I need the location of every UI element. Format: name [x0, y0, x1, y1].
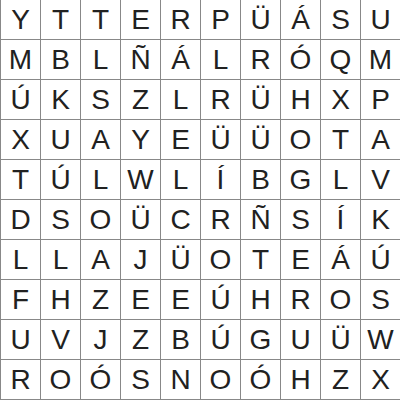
grid-cell[interactable]: O	[280, 120, 320, 160]
grid-cell[interactable]: T	[240, 240, 280, 280]
grid-cell[interactable]: S	[320, 0, 360, 40]
grid-cell[interactable]: E	[160, 280, 200, 320]
grid-cell[interactable]: Ü	[240, 120, 280, 160]
grid-cell[interactable]: R	[240, 40, 280, 80]
grid-cell[interactable]: H	[40, 280, 80, 320]
grid-cell[interactable]: M	[0, 40, 40, 80]
grid-cell[interactable]: N	[160, 360, 200, 400]
grid-cell[interactable]: L	[160, 160, 200, 200]
grid-cell[interactable]: K	[360, 200, 400, 240]
grid-cell[interactable]: J	[120, 240, 160, 280]
grid-cell[interactable]: W	[360, 320, 400, 360]
grid-cell[interactable]: T	[40, 0, 80, 40]
grid-cell[interactable]: Ü	[240, 80, 280, 120]
grid-cell[interactable]: S	[360, 280, 400, 320]
word-search-board: YTTERPÜÁSUMBLÑÁLRÓQMÚKSZLRÜHXPXUAYEÜÜOTA…	[0, 0, 400, 400]
grid-cell[interactable]: F	[0, 280, 40, 320]
grid-cell[interactable]: A	[80, 240, 120, 280]
grid-cell[interactable]: L	[40, 240, 80, 280]
grid-cell[interactable]: L	[80, 40, 120, 80]
grid-cell[interactable]: T	[80, 0, 120, 40]
grid-cell[interactable]: Á	[320, 240, 360, 280]
grid-cell[interactable]: B	[40, 40, 80, 80]
grid-cell[interactable]: Ú	[200, 280, 240, 320]
grid-cell[interactable]: V	[40, 320, 80, 360]
grid-cell[interactable]: Z	[120, 320, 160, 360]
grid-cell[interactable]: Ú	[40, 160, 80, 200]
grid-cell[interactable]: L	[0, 240, 40, 280]
grid-cell[interactable]: B	[160, 320, 200, 360]
grid-cell[interactable]: A	[80, 120, 120, 160]
word-search-page: YTTERPÜÁSUMBLÑÁLRÓQMÚKSZLRÜHXPXUAYEÜÜOTA…	[0, 0, 400, 400]
grid-cell[interactable]: Ü	[200, 120, 240, 160]
grid-cell[interactable]: V	[360, 160, 400, 200]
grid-cell[interactable]: S	[40, 200, 80, 240]
grid-cell[interactable]: R	[0, 360, 40, 400]
grid-cell[interactable]: O	[200, 240, 240, 280]
grid-cell[interactable]: Ü	[120, 200, 160, 240]
grid-cell[interactable]: O	[40, 360, 80, 400]
grid-cell[interactable]: T	[0, 160, 40, 200]
grid-cell[interactable]: E	[120, 0, 160, 40]
grid-cell[interactable]: L	[80, 160, 120, 200]
grid-cell[interactable]: Ú	[0, 80, 40, 120]
grid-cell[interactable]: X	[320, 80, 360, 120]
grid-cell[interactable]: Ü	[320, 320, 360, 360]
grid-cell[interactable]: Z	[320, 360, 360, 400]
grid-cell[interactable]: U	[280, 320, 320, 360]
grid-cell[interactable]: Ó	[80, 360, 120, 400]
grid-cell[interactable]: Ó	[240, 360, 280, 400]
grid-cell[interactable]: Í	[200, 160, 240, 200]
grid-cell[interactable]: O	[320, 280, 360, 320]
grid-cell[interactable]: E	[120, 280, 160, 320]
grid-cell[interactable]: H	[240, 280, 280, 320]
grid-cell[interactable]: E	[160, 120, 200, 160]
grid-cell[interactable]: Ü	[240, 0, 280, 40]
grid-cell[interactable]: L	[320, 160, 360, 200]
grid-cell[interactable]: W	[120, 160, 160, 200]
grid-cell[interactable]: S	[120, 360, 160, 400]
grid-cell[interactable]: K	[40, 80, 80, 120]
grid-cell[interactable]: Ñ	[120, 40, 160, 80]
grid-cell[interactable]: P	[200, 0, 240, 40]
grid-cell[interactable]: O	[200, 360, 240, 400]
grid-cell[interactable]: S	[280, 200, 320, 240]
grid-cell[interactable]: Ó	[280, 40, 320, 80]
grid-cell[interactable]: U	[360, 0, 400, 40]
grid-cell[interactable]: U	[40, 120, 80, 160]
grid-cell[interactable]: Á	[160, 40, 200, 80]
grid-cell[interactable]: C	[160, 200, 200, 240]
grid-cell[interactable]: D	[0, 200, 40, 240]
grid-cell[interactable]: E	[280, 240, 320, 280]
grid-cell[interactable]: T	[320, 120, 360, 160]
grid-cell[interactable]: Á	[280, 0, 320, 40]
grid-cell[interactable]: Y	[120, 120, 160, 160]
grid-cell[interactable]: R	[160, 0, 200, 40]
grid-cell[interactable]: Ú	[360, 240, 400, 280]
grid-cell[interactable]: U	[0, 320, 40, 360]
grid-cell[interactable]: O	[80, 200, 120, 240]
grid-cell[interactable]: A	[360, 120, 400, 160]
grid-cell[interactable]: G	[240, 320, 280, 360]
grid-cell[interactable]: L	[160, 80, 200, 120]
grid-cell[interactable]: Z	[120, 80, 160, 120]
grid-cell[interactable]: R	[200, 200, 240, 240]
grid-cell[interactable]: Ü	[160, 240, 200, 280]
grid-cell[interactable]: P	[360, 80, 400, 120]
grid-cell[interactable]: H	[280, 80, 320, 120]
grid-cell[interactable]: M	[360, 40, 400, 80]
grid-cell[interactable]: J	[80, 320, 120, 360]
grid-cell[interactable]: R	[280, 280, 320, 320]
grid-cell[interactable]: B	[240, 160, 280, 200]
grid-cell[interactable]: Z	[80, 280, 120, 320]
grid-cell[interactable]: H	[280, 360, 320, 400]
grid-cell[interactable]: L	[200, 40, 240, 80]
grid-cell[interactable]: R	[200, 80, 240, 120]
grid-cell[interactable]: X	[360, 360, 400, 400]
grid-cell[interactable]: Y	[0, 0, 40, 40]
grid-cell[interactable]: Q	[320, 40, 360, 80]
grid-cell[interactable]: Í	[320, 200, 360, 240]
grid-cell[interactable]: X	[0, 120, 40, 160]
grid-cell[interactable]: G	[280, 160, 320, 200]
grid-cell[interactable]: S	[80, 80, 120, 120]
grid-cell[interactable]: Ú	[200, 320, 240, 360]
grid-cell[interactable]: Ñ	[240, 200, 280, 240]
